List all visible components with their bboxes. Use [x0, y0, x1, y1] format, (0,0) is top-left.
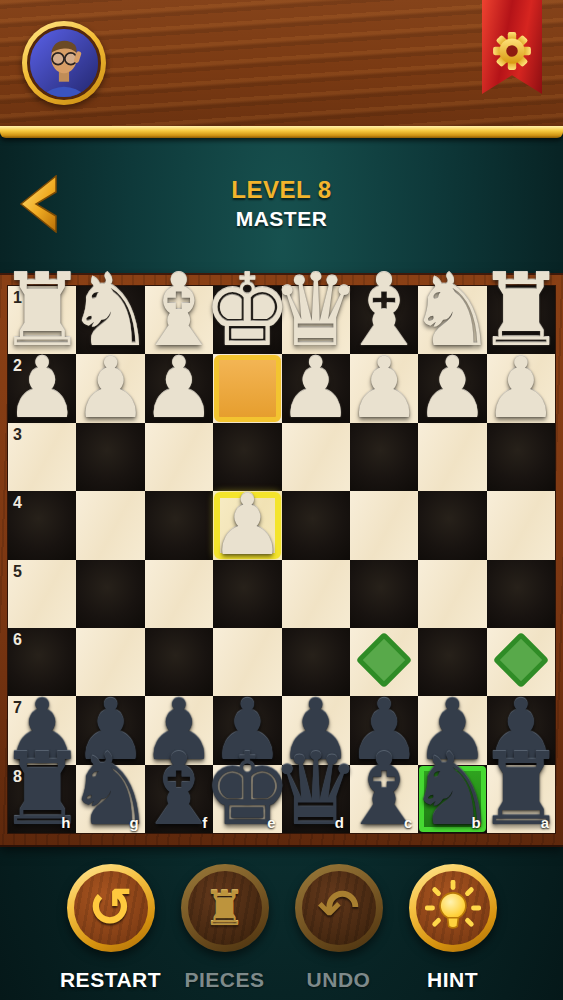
white-bishop-c1[interactable]: ♝ — [339, 261, 429, 361]
settings-button[interactable] — [482, 0, 542, 94]
black-pawn-f7[interactable]: ♟ — [141, 688, 216, 772]
square-h3[interactable]: 3 — [8, 423, 76, 491]
level-header: LEVEL 8 MASTER — [0, 176, 563, 231]
square-h8[interactable]: 8h♜ — [8, 765, 76, 833]
pieces-button[interactable]: ♜ — [181, 864, 269, 952]
square-e6[interactable] — [213, 628, 281, 696]
square-c8[interactable]: c♝ — [350, 765, 418, 833]
black-pawn-e7[interactable]: ♟ — [210, 688, 285, 772]
square-f7[interactable]: ♟ — [145, 696, 213, 764]
black-pawn-g7[interactable]: ♟ — [73, 688, 148, 772]
file-label-a: a — [541, 815, 549, 830]
top-bar — [0, 0, 563, 127]
chess-app-screen: LEVEL 8 MASTER 1♜♞♝♚♛♝♞♜2♟♟♟♟♟♟♟34♟567♟♟… — [0, 0, 563, 1000]
undo-arrow-icon: ↶ — [318, 883, 360, 933]
white-rook-a1[interactable]: ♜ — [476, 261, 563, 361]
file-label-d: d — [335, 815, 344, 830]
square-e5[interactable] — [213, 560, 281, 628]
white-bishop-f1[interactable]: ♝ — [134, 261, 224, 361]
restart-tool: ↺ RESTART — [67, 864, 155, 992]
square-a2[interactable]: ♟ — [487, 354, 555, 422]
square-f3[interactable] — [145, 423, 213, 491]
square-c1[interactable]: ♝ — [350, 286, 418, 354]
square-h1[interactable]: 1♜ — [8, 286, 76, 354]
square-g4[interactable] — [76, 491, 144, 559]
square-h7[interactable]: 7♟ — [8, 696, 76, 764]
square-c4[interactable] — [350, 491, 418, 559]
avatar-portrait — [30, 29, 98, 97]
square-h2[interactable]: 2♟ — [8, 354, 76, 422]
square-c2[interactable]: ♟ — [350, 354, 418, 422]
square-a6[interactable] — [487, 628, 555, 696]
white-rook-h1[interactable]: ♜ — [0, 261, 87, 361]
hint-label: HINT — [427, 968, 478, 992]
rank-label-2: 2 — [13, 358, 22, 374]
file-label-h: h — [61, 815, 70, 830]
header-gold-trim — [0, 126, 563, 138]
square-f6[interactable] — [145, 628, 213, 696]
rank-label-7: 7 — [13, 700, 22, 716]
white-knight-b1[interactable]: ♞ — [408, 261, 498, 361]
white-queen-d1[interactable]: ♛ — [271, 261, 361, 361]
undo-label: UNDO — [307, 968, 371, 992]
white-pawn-d2[interactable]: ♟ — [278, 346, 353, 430]
file-label-f: f — [202, 815, 207, 830]
square-e8[interactable]: e♚ — [213, 765, 281, 833]
undo-button-face: ↶ — [302, 871, 376, 945]
file-label-c: c — [404, 815, 412, 830]
square-b3[interactable] — [418, 423, 486, 491]
restart-label: RESTART — [60, 968, 161, 992]
white-pawn-g2[interactable]: ♟ — [73, 346, 148, 430]
white-pawn-f2[interactable]: ♟ — [141, 346, 216, 430]
square-d8[interactable]: d♛ — [282, 765, 350, 833]
square-b4[interactable] — [418, 491, 486, 559]
square-a1[interactable]: ♜ — [487, 286, 555, 354]
chess-board: 1♜♞♝♚♛♝♞♜2♟♟♟♟♟♟♟34♟567♟♟♟♟♟♟♟♟8h♜g♞f♝e♚… — [8, 286, 555, 833]
board-frame: 1♜♞♝♚♛♝♞♜2♟♟♟♟♟♟♟34♟567♟♟♟♟♟♟♟♟8h♜g♞f♝e♚… — [0, 273, 563, 847]
square-g8[interactable]: g♞ — [76, 765, 144, 833]
white-pawn-a2[interactable]: ♟ — [483, 346, 558, 430]
rank-label-3: 3 — [13, 427, 22, 443]
file-label-e: e — [267, 815, 275, 830]
white-pawn-b2[interactable]: ♟ — [415, 346, 490, 430]
square-a8[interactable]: a♜ — [487, 765, 555, 833]
rook-icon: ♜ — [203, 884, 246, 932]
square-f8[interactable]: f♝ — [145, 765, 213, 833]
square-b2[interactable]: ♟ — [418, 354, 486, 422]
square-b7[interactable]: ♟ — [418, 696, 486, 764]
black-pawn-b7[interactable]: ♟ — [415, 688, 490, 772]
hint-button-face — [416, 871, 490, 945]
square-h4[interactable]: 4 — [8, 491, 76, 559]
undo-button[interactable]: ↶ — [295, 864, 383, 952]
square-d6[interactable] — [282, 628, 350, 696]
square-f4[interactable] — [145, 491, 213, 559]
square-b5[interactable] — [418, 560, 486, 628]
lightbulb-icon — [425, 880, 481, 936]
square-e7[interactable]: ♟ — [213, 696, 281, 764]
move-target-marker-a6[interactable] — [493, 632, 550, 689]
square-e1[interactable]: ♚ — [213, 286, 281, 354]
hint-button[interactable] — [409, 864, 497, 952]
pieces-button-face: ♜ — [188, 871, 262, 945]
file-label-b: b — [471, 815, 480, 830]
square-e4[interactable]: ♟ — [213, 491, 281, 559]
move-target-marker-c6[interactable] — [356, 632, 413, 689]
white-pawn-e4[interactable]: ♟ — [210, 483, 285, 567]
square-d2[interactable]: ♟ — [282, 354, 350, 422]
square-d7[interactable]: ♟ — [282, 696, 350, 764]
square-c7[interactable]: ♟ — [350, 696, 418, 764]
square-g5[interactable] — [76, 560, 144, 628]
square-b1[interactable]: ♞ — [418, 286, 486, 354]
rank-label-4: 4 — [13, 495, 22, 511]
square-c3[interactable] — [350, 423, 418, 491]
square-g6[interactable] — [76, 628, 144, 696]
black-pawn-c7[interactable]: ♟ — [346, 688, 421, 772]
square-c6[interactable] — [350, 628, 418, 696]
black-pawn-d7[interactable]: ♟ — [278, 688, 353, 772]
square-h6[interactable]: 6 — [8, 628, 76, 696]
avatar[interactable] — [22, 21, 106, 105]
square-d4[interactable] — [282, 491, 350, 559]
square-d5[interactable] — [282, 560, 350, 628]
restart-button[interactable]: ↺ — [67, 864, 155, 952]
square-g7[interactable]: ♟ — [76, 696, 144, 764]
pieces-tool: ♜ PIECES — [181, 864, 269, 992]
toolbar: ↺ RESTART ♜ PIECES ↶ UNDO — [0, 864, 563, 992]
square-g2[interactable]: ♟ — [76, 354, 144, 422]
square-d3[interactable] — [282, 423, 350, 491]
square-d1[interactable]: ♛ — [282, 286, 350, 354]
pieces-label: PIECES — [184, 968, 264, 992]
square-f2[interactable]: ♟ — [145, 354, 213, 422]
square-a3[interactable] — [487, 423, 555, 491]
square-b6[interactable] — [418, 628, 486, 696]
square-h5[interactable]: 5 — [8, 560, 76, 628]
rank-label-8: 8 — [13, 769, 22, 785]
black-pawn-a7[interactable]: ♟ — [483, 688, 558, 772]
restart-arrow-icon: ↺ — [88, 881, 133, 935]
square-g1[interactable]: ♞ — [76, 286, 144, 354]
hint-tool: HINT — [409, 864, 497, 992]
square-a7[interactable]: ♟ — [487, 696, 555, 764]
white-pawn-h2[interactable]: ♟ — [5, 346, 80, 430]
square-a5[interactable] — [487, 560, 555, 628]
white-king-e1[interactable]: ♚ — [202, 261, 292, 361]
white-knight-g1[interactable]: ♞ — [66, 261, 156, 361]
rank-label-6: 6 — [13, 632, 22, 648]
square-c5[interactable] — [350, 560, 418, 628]
square-f1[interactable]: ♝ — [145, 286, 213, 354]
square-e3[interactable] — [213, 423, 281, 491]
level-label: LEVEL 8 — [0, 176, 563, 204]
square-g3[interactable] — [76, 423, 144, 491]
white-pawn-c2[interactable]: ♟ — [346, 346, 421, 430]
square-a4[interactable] — [487, 491, 555, 559]
rank-label-1: 1 — [13, 290, 22, 306]
black-pawn-h7[interactable]: ♟ — [5, 688, 80, 772]
square-e2[interactable] — [213, 354, 281, 422]
restart-button-face: ↺ — [74, 871, 148, 945]
square-f5[interactable] — [145, 560, 213, 628]
level-name: MASTER — [0, 207, 563, 231]
rank-label-5: 5 — [13, 564, 22, 580]
file-label-g: g — [130, 815, 139, 830]
square-b8[interactable]: b♞ — [418, 765, 486, 833]
avatar-image — [27, 26, 101, 100]
undo-tool: ↶ UNDO — [295, 864, 383, 992]
gear-icon — [491, 30, 533, 72]
